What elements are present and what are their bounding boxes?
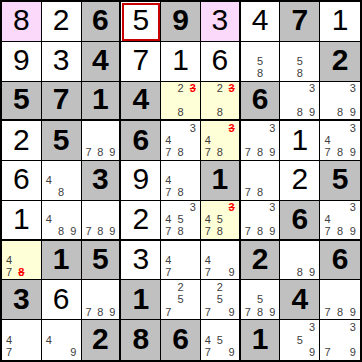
candidate-digit: 3 [187, 202, 199, 214]
candidate-digit: 4 [321, 214, 334, 226]
solved-digit: 2 [53, 5, 70, 35]
cell-r6c8[interactable]: 6 [280, 201, 320, 241]
given-digit: 2 [252, 244, 269, 274]
solved-digit: 3 [132, 244, 149, 274]
candidate-digit: 8 [334, 306, 347, 318]
candidate-grid: 47 [162, 242, 199, 279]
cell-r5c5[interactable]: 478 [161, 161, 201, 201]
candidate-digit: 2 [174, 83, 186, 95]
candidate-grid: 3478 [202, 122, 238, 159]
candidate-digit: 9 [346, 147, 359, 159]
solved-digit: 6 [53, 284, 70, 314]
candidate-digit: 7 [321, 226, 334, 238]
candidate-grid: 2579 [202, 281, 238, 318]
cell-r2c1[interactable]: 9 [2, 42, 42, 82]
cell-r7c1[interactable]: 478 [2, 241, 42, 281]
solved-digit: 4 [252, 5, 269, 35]
given-digit: 6 [92, 5, 109, 35]
candidate-digit: 7 [202, 306, 214, 318]
solved-digit: 1 [13, 204, 30, 234]
candidate-digit: 8 [334, 106, 347, 118]
candidate-digit: 7 [202, 147, 214, 159]
candidate-grid: 34578 [202, 202, 238, 238]
cell-r6c2[interactable]: 489 [42, 201, 82, 241]
candidate-grid: 34789 [321, 122, 359, 159]
given-digit: 1 [252, 324, 269, 354]
candidate-digit: 3 [306, 321, 318, 334]
solved-digit: 2 [291, 164, 308, 194]
cell-r6c7[interactable]: 3789 [241, 201, 281, 241]
given-digit: 6 [132, 125, 149, 155]
candidate-digit: 3 [306, 83, 318, 95]
candidate-digit: 3 [346, 202, 359, 214]
candidate-digit: 3 [266, 122, 278, 134]
candidate-digit: 9 [346, 226, 359, 238]
candidate-digit: 4 [202, 214, 214, 226]
solved-digit: 7 [132, 45, 149, 75]
candidate-digit: 7 [202, 346, 214, 359]
candidate-digit: 8 [254, 187, 266, 199]
candidate-digit: 4 [162, 174, 174, 186]
candidate-digit: 8 [174, 226, 186, 238]
candidate-digit: 8 [55, 226, 67, 238]
cell-r4c7[interactable]: 3789 [241, 121, 281, 161]
cell-r3c5[interactable]: 238 [161, 82, 201, 122]
candidate-digit: 8 [174, 187, 186, 199]
eliminated-candidate-digit: 3 [187, 83, 199, 95]
candidate-digit: 5 [294, 334, 306, 347]
given-digit: 4 [132, 84, 149, 114]
candidate-digit: 7 [162, 187, 174, 199]
candidate-digit: 5 [174, 294, 186, 306]
cell-r6c1[interactable]: 1 [2, 201, 42, 241]
given-digit: 2 [92, 324, 109, 354]
candidate-digit: 8 [174, 106, 186, 118]
candidate-digit: 9 [346, 346, 359, 359]
candidate-digit: 8 [334, 147, 347, 159]
candidate-digit: 9 [266, 147, 278, 159]
cell-r3c1[interactable]: 5 [2, 82, 42, 122]
candidate-digit: 5 [254, 55, 266, 67]
candidate-digit: 8 [254, 226, 266, 238]
given-digit: 6 [332, 244, 349, 274]
cell-r5c6[interactable]: 1 [201, 161, 241, 201]
candidate-digit: 8 [254, 67, 266, 79]
given-digit: 2 [332, 45, 349, 75]
candidate-digit: 9 [106, 147, 118, 159]
cell-r1c4[interactable]: 5 [121, 2, 161, 42]
cell-r9c5[interactable]: 6 [161, 320, 201, 360]
cell-r4c8[interactable]: 1 [280, 121, 320, 161]
solved-digit: 6 [13, 164, 30, 194]
cell-r2c7[interactable]: 58 [241, 42, 281, 82]
candidate-digit: 8 [254, 306, 266, 318]
cell-r9c9[interactable]: 379 [320, 320, 360, 360]
candidate-digit: 8 [214, 147, 226, 159]
candidate-grid: 359 [281, 321, 318, 359]
candidate-digit: 5 [214, 334, 226, 347]
candidate-digit: 4 [202, 254, 214, 266]
candidate-digit: 7 [321, 346, 334, 359]
candidate-digit: 4 [43, 214, 55, 226]
cell-r4c9[interactable]: 34789 [320, 121, 360, 161]
sudoku-board: 8265934719347165858257142382386389389257… [0, 0, 362, 362]
candidate-grid: 4579 [202, 321, 238, 359]
cell-r1c7[interactable]: 4 [241, 2, 281, 42]
given-digit: 3 [13, 284, 30, 314]
solved-digit: 9 [132, 164, 149, 194]
candidate-digit: 7 [3, 266, 15, 278]
candidate-grid: 238 [202, 83, 238, 119]
cell-r7c3[interactable]: 5 [82, 241, 122, 281]
candidate-grid: 389 [281, 83, 318, 119]
given-digit: 7 [291, 5, 308, 35]
cell-r7c2[interactable]: 1 [42, 241, 82, 281]
candidate-grid: 78 [242, 162, 279, 199]
cell-r9c4[interactable]: 8 [121, 320, 161, 360]
candidate-digit: 4 [202, 334, 214, 347]
candidate-digit: 2 [214, 83, 226, 95]
cell-r2c6[interactable]: 6 [201, 42, 241, 82]
cell-r6c3[interactable]: 789 [82, 201, 122, 241]
candidate-digit: 2 [214, 281, 226, 293]
cell-r7c7[interactable]: 2 [241, 241, 281, 281]
candidate-grid: 49 [43, 321, 80, 359]
candidate-digit: 7 [242, 187, 254, 199]
given-digit: 1 [53, 244, 70, 274]
cell-r4c5[interactable]: 3478 [161, 121, 201, 161]
candidate-digit: 9 [226, 346, 238, 359]
cell-r1c1[interactable]: 8 [2, 2, 42, 42]
candidate-digit: 4 [202, 135, 214, 147]
candidate-grid: 34578 [162, 202, 199, 238]
cell-r5c7[interactable]: 78 [241, 161, 281, 201]
candidate-grid: 489 [43, 202, 80, 238]
candidate-digit: 9 [346, 306, 359, 318]
cell-r6c9[interactable]: 34789 [320, 201, 360, 241]
cell-r9c1[interactable]: 47 [2, 320, 42, 360]
cell-r5c9[interactable]: 5 [320, 161, 360, 201]
candidate-digit: 3 [266, 202, 278, 214]
cell-r3c6[interactable]: 238 [201, 82, 241, 122]
candidate-digit: 3 [346, 321, 359, 334]
candidate-digit: 7 [321, 306, 334, 318]
candidate-digit: 5 [254, 294, 266, 306]
cell-r5c3[interactable]: 3 [82, 161, 122, 201]
cell-r7c5[interactable]: 47 [161, 241, 201, 281]
cell-r3c8[interactable]: 389 [280, 82, 320, 122]
candidate-digit: 7 [162, 266, 174, 278]
cell-r6c5[interactable]: 34578 [161, 201, 201, 241]
candidate-digit: 9 [226, 306, 238, 318]
cell-r4c4[interactable]: 6 [121, 121, 161, 161]
candidate-digit: 9 [106, 226, 118, 238]
candidate-digit: 3 [187, 122, 199, 134]
cell-r7c6[interactable]: 479 [201, 241, 241, 281]
cell-r2c9[interactable]: 2 [320, 42, 360, 82]
given-digit: 1 [92, 84, 109, 114]
cell-r5c8[interactable]: 2 [280, 161, 320, 201]
candidate-grid: 789 [83, 281, 119, 318]
candidate-digit: 5 [174, 214, 186, 226]
given-digit: 5 [13, 84, 30, 114]
candidate-digit: 7 [202, 226, 214, 238]
given-digit: 3 [92, 164, 109, 194]
candidate-grid: 48 [43, 162, 80, 199]
cell-r8c1[interactable]: 3 [2, 280, 42, 320]
candidate-digit: 4 [43, 174, 55, 186]
eliminated-candidate-digit: 8 [15, 266, 27, 278]
candidate-digit: 9 [226, 266, 238, 278]
cell-r8c3[interactable]: 789 [82, 280, 122, 320]
eliminated-candidate-digit: 3 [226, 122, 238, 134]
cell-r3c9[interactable]: 389 [320, 82, 360, 122]
cell-r1c5[interactable]: 9 [161, 2, 201, 42]
cell-r2c3[interactable]: 4 [82, 42, 122, 82]
candidate-digit: 4 [162, 135, 174, 147]
candidate-grid: 58 [242, 43, 279, 80]
given-digit: 6 [252, 84, 269, 114]
candidate-digit: 8 [94, 226, 106, 238]
cell-r4c2[interactable]: 5 [42, 121, 82, 161]
cell-r2c2[interactable]: 3 [42, 42, 82, 82]
candidate-digit: 8 [174, 147, 186, 159]
candidate-grid: 89 [281, 242, 318, 279]
given-digit: 8 [132, 324, 149, 354]
candidate-grid: 34789 [321, 202, 359, 238]
cell-r8c6[interactable]: 2579 [201, 280, 241, 320]
candidate-digit: 8 [94, 147, 106, 159]
cell-r1c9[interactable]: 1 [320, 2, 360, 42]
candidate-digit: 7 [83, 147, 95, 159]
cell-r9c3[interactable]: 2 [82, 320, 122, 360]
eliminated-candidate-digit: 3 [226, 202, 238, 214]
candidate-digit: 9 [67, 346, 79, 359]
candidate-grid: 3478 [162, 122, 199, 159]
candidate-digit: 4 [43, 334, 55, 347]
candidate-digit: 2 [174, 281, 186, 293]
candidate-digit: 5 [214, 214, 226, 226]
candidate-digit: 9 [266, 306, 278, 318]
candidate-grid: 3789 [242, 122, 279, 159]
solved-digit: 2 [132, 204, 149, 234]
cell-r8c4[interactable]: 1 [121, 280, 161, 320]
cell-r9c6[interactable]: 4579 [201, 320, 241, 360]
candidate-grid: 789 [83, 202, 119, 238]
candidate-digit: 7 [162, 226, 174, 238]
candidate-digit: 7 [242, 226, 254, 238]
candidate-grid: 389 [321, 83, 359, 119]
candidate-digit: 3 [346, 83, 359, 95]
cell-r8c9[interactable]: 789 [320, 280, 360, 320]
candidate-digit: 9 [106, 306, 118, 318]
candidate-grid: 789 [321, 281, 359, 318]
candidate-digit: 5 [294, 55, 306, 67]
candidate-digit: 9 [67, 226, 79, 238]
candidate-digit: 8 [55, 187, 67, 199]
cell-r7c8[interactable]: 89 [280, 241, 320, 281]
solved-digit: 8 [13, 5, 30, 35]
solved-digit: 9 [13, 45, 30, 75]
cell-r6c4[interactable]: 2 [121, 201, 161, 241]
cell-r7c9[interactable]: 6 [320, 241, 360, 281]
cell-r8c2[interactable]: 6 [42, 280, 82, 320]
cell-r3c3[interactable]: 1 [82, 82, 122, 122]
candidate-digit: 7 [321, 147, 334, 159]
candidate-grid: 479 [202, 242, 238, 279]
cell-r4c1[interactable]: 2 [2, 121, 42, 161]
candidate-digit: 7 [83, 306, 95, 318]
cell-r9c7[interactable]: 1 [241, 320, 281, 360]
candidate-digit: 4 [3, 254, 15, 266]
cell-r1c8[interactable]: 7 [280, 2, 320, 42]
candidate-grid: 257 [162, 281, 199, 318]
candidate-digit: 9 [266, 226, 278, 238]
cell-r1c6[interactable]: 3 [201, 2, 241, 42]
given-digit: 4 [92, 45, 109, 75]
candidate-digit: 4 [162, 214, 174, 226]
given-digit: 1 [211, 164, 228, 194]
cell-r9c2[interactable]: 49 [42, 320, 82, 360]
candidate-grid: 47 [3, 321, 40, 359]
candidate-digit: 7 [3, 346, 15, 359]
given-digit: 4 [291, 284, 308, 314]
solved-digit: 1 [332, 5, 349, 35]
cell-r5c4[interactable]: 9 [121, 161, 161, 201]
candidate-digit: 9 [306, 106, 318, 118]
solved-digit: 1 [172, 45, 189, 75]
candidate-digit: 8 [94, 306, 106, 318]
solved-digit: 1 [291, 125, 308, 155]
candidate-digit: 7 [242, 306, 254, 318]
solved-digit: 3 [211, 5, 228, 35]
candidate-digit: 5 [214, 294, 226, 306]
given-digit: 5 [53, 125, 70, 155]
cell-r4c6[interactable]: 3478 [201, 121, 241, 161]
candidate-digit: 9 [346, 106, 359, 118]
candidate-digit: 8 [334, 226, 347, 238]
candidate-digit: 8 [254, 147, 266, 159]
candidate-digit: 7 [162, 306, 174, 318]
candidate-digit: 7 [242, 147, 254, 159]
cell-r4c3[interactable]: 789 [82, 121, 122, 161]
candidate-digit: 7 [162, 147, 174, 159]
given-digit: 1 [132, 284, 149, 314]
candidate-grid: 58 [281, 43, 318, 80]
cell-r2c5[interactable]: 1 [161, 42, 201, 82]
given-digit: 5 [92, 244, 109, 274]
candidate-grid: 478 [3, 242, 40, 279]
given-digit: 6 [291, 204, 308, 234]
given-digit: 9 [172, 5, 189, 35]
candidate-grid: 478 [162, 162, 199, 199]
candidate-digit: 3 [346, 122, 359, 134]
candidate-grid: 3789 [242, 202, 279, 238]
cell-r1c2[interactable]: 2 [42, 2, 82, 42]
candidate-digit: 4 [3, 334, 15, 347]
solved-digit: 6 [211, 45, 228, 75]
cell-r7c4[interactable]: 3 [121, 241, 161, 281]
candidate-digit: 8 [214, 106, 226, 118]
cell-r5c2[interactable]: 48 [42, 161, 82, 201]
cell-r3c7[interactable]: 6 [241, 82, 281, 122]
solved-digit: 2 [13, 125, 30, 155]
solved-digit: 3 [53, 45, 70, 75]
cell-r3c2[interactable]: 7 [42, 82, 82, 122]
cell-r8c5[interactable]: 257 [161, 280, 201, 320]
cell-r2c8[interactable]: 58 [280, 42, 320, 82]
candidate-digit: 4 [321, 135, 334, 147]
cell-r2c4[interactable]: 7 [121, 42, 161, 82]
candidate-grid: 379 [321, 321, 359, 359]
candidate-digit: 8 [294, 67, 306, 79]
given-digit: 7 [53, 84, 70, 114]
candidate-digit: 7 [202, 266, 214, 278]
candidate-grid: 238 [162, 83, 199, 119]
candidate-grid: 5789 [242, 281, 279, 318]
candidate-digit: 8 [294, 106, 306, 118]
cell-r5c1[interactable]: 6 [2, 161, 42, 201]
eliminated-candidate-digit: 3 [226, 83, 238, 95]
candidate-digit: 7 [83, 226, 95, 238]
candidate-digit: 9 [306, 266, 318, 278]
cell-r1c3[interactable]: 6 [82, 2, 122, 42]
given-digit: 5 [332, 164, 349, 194]
cell-r6c6[interactable]: 34578 [201, 201, 241, 241]
cell-r8c7[interactable]: 5789 [241, 280, 281, 320]
candidate-digit: 8 [214, 226, 226, 238]
candidate-digit: 8 [294, 266, 306, 278]
candidate-digit: 4 [162, 254, 174, 266]
cell-r9c8[interactable]: 359 [280, 320, 320, 360]
cell-r8c8[interactable]: 4 [280, 280, 320, 320]
candidate-grid: 789 [83, 122, 119, 159]
given-digit: 6 [172, 324, 189, 354]
solved-digit: 5 [132, 5, 149, 35]
cell-r3c4[interactable]: 4 [121, 82, 161, 122]
candidate-digit: 9 [306, 346, 318, 359]
